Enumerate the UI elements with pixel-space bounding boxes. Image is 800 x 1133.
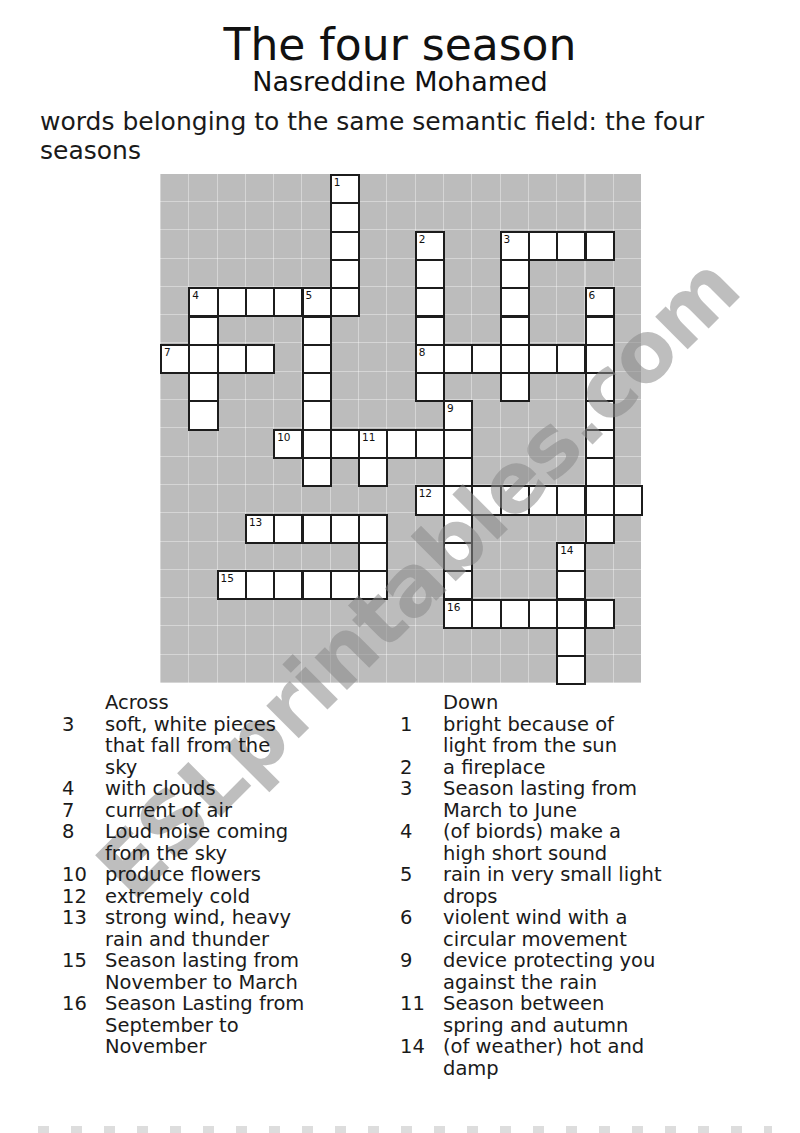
cell-r11-c12[interactable] bbox=[500, 485, 530, 515]
cell-r12-c10[interactable] bbox=[443, 514, 473, 544]
cell-r4-c1[interactable]: 4 bbox=[188, 287, 218, 317]
clue-down-3: 3Season lasting from March to June bbox=[400, 778, 780, 821]
cell-r2-c12[interactable]: 3 bbox=[500, 231, 530, 261]
cell-r12-c6[interactable] bbox=[330, 514, 360, 544]
cell-r15-c12[interactable] bbox=[500, 599, 530, 629]
cell-r11-c10[interactable] bbox=[443, 485, 473, 515]
clue-number: 14 bbox=[400, 1036, 425, 1058]
cell-r12-c4[interactable] bbox=[273, 514, 303, 544]
cell-r6-c12[interactable] bbox=[500, 344, 530, 374]
cell-r12-c3[interactable]: 13 bbox=[245, 514, 275, 544]
cell-r15-c14[interactable] bbox=[556, 599, 586, 629]
cell-r11-c14[interactable] bbox=[556, 485, 586, 515]
cell-r4-c9[interactable] bbox=[415, 287, 445, 317]
clue-number: 9 bbox=[400, 950, 412, 972]
cell-number: 12 bbox=[419, 487, 432, 499]
clue-number: 2 bbox=[400, 757, 412, 779]
cell-r12-c5[interactable] bbox=[302, 514, 332, 544]
cell-r1-c6[interactable] bbox=[330, 202, 360, 232]
clue-text: Season lasting from March to June bbox=[443, 777, 637, 822]
cell-r14-c3[interactable] bbox=[245, 570, 275, 600]
cell-r11-c11[interactable] bbox=[471, 485, 501, 515]
cell-r6-c11[interactable] bbox=[471, 344, 501, 374]
clue-number: 6 bbox=[400, 907, 412, 929]
down-header: Down bbox=[400, 692, 780, 714]
cell-r5-c5[interactable] bbox=[302, 316, 332, 346]
clue-across-10: 10produce flowers bbox=[62, 864, 392, 886]
cell-r10-c15[interactable] bbox=[585, 457, 615, 487]
cell-r6-c0[interactable]: 7 bbox=[160, 344, 190, 374]
cell-r7-c5[interactable] bbox=[302, 372, 332, 402]
cell-r3-c12[interactable] bbox=[500, 259, 530, 289]
cell-r13-c10[interactable] bbox=[443, 542, 473, 572]
clue-text: extremely cold bbox=[105, 885, 250, 908]
clue-down-14: 14(of weather) hot and damp bbox=[400, 1036, 780, 1079]
clue-number: 11 bbox=[400, 993, 425, 1015]
clue-number: 3 bbox=[400, 778, 412, 800]
clue-across-3: 3soft, white pieces that fall from the s… bbox=[62, 714, 392, 779]
cell-r4-c12[interactable] bbox=[500, 287, 530, 317]
cell-r3-c6[interactable] bbox=[330, 259, 360, 289]
clue-text: (of weather) hot and damp bbox=[443, 1035, 644, 1080]
clue-number: 16 bbox=[62, 993, 87, 1015]
cell-r6-c1[interactable] bbox=[188, 344, 218, 374]
cell-r6-c5[interactable] bbox=[302, 344, 332, 374]
cell-r14-c6[interactable] bbox=[330, 570, 360, 600]
clue-number: 10 bbox=[62, 864, 87, 886]
cell-r14-c10[interactable] bbox=[443, 570, 473, 600]
cell-r8-c15[interactable] bbox=[585, 400, 615, 430]
cell-number: 7 bbox=[164, 346, 171, 358]
cell-r2-c9[interactable]: 2 bbox=[415, 231, 445, 261]
cell-r16-c14[interactable] bbox=[556, 627, 586, 657]
clue-across-4: 4with clouds bbox=[62, 778, 392, 800]
cell-r2-c13[interactable] bbox=[528, 231, 558, 261]
clue-number: 15 bbox=[62, 950, 87, 972]
cell-r6-c13[interactable] bbox=[528, 344, 558, 374]
cell-r3-c9[interactable] bbox=[415, 259, 445, 289]
clue-text: (of biords) make a high short sound bbox=[443, 820, 621, 865]
cell-number: 8 bbox=[419, 346, 426, 358]
cell-r15-c11[interactable] bbox=[471, 599, 501, 629]
cell-number: 9 bbox=[447, 402, 454, 414]
cell-r6-c2[interactable] bbox=[217, 344, 247, 374]
cell-r4-c6[interactable] bbox=[330, 287, 360, 317]
cell-r10-c10[interactable] bbox=[443, 457, 473, 487]
clue-down-2: 2a fireplace bbox=[400, 757, 780, 779]
puzzle-description: words belonging to the same semantic fie… bbox=[40, 108, 760, 165]
cell-r6-c15[interactable] bbox=[585, 344, 615, 374]
worksheet-page: The four season Nasreddine Mohamed words… bbox=[0, 0, 800, 1133]
clue-across-8: 8Loud noise coming from the sky bbox=[62, 821, 392, 864]
clue-text: bright because of light from the sun bbox=[443, 713, 617, 758]
clue-text: strong wind, heavy rain and thunder bbox=[105, 906, 291, 951]
clue-across-13: 13strong wind, heavy rain and thunder bbox=[62, 907, 392, 950]
cell-number: 2 bbox=[419, 233, 426, 245]
clue-down-1: 1bright because of light from the sun bbox=[400, 714, 780, 757]
cell-number: 11 bbox=[362, 431, 375, 443]
cell-number: 16 bbox=[447, 601, 460, 613]
cell-r12-c15[interactable] bbox=[585, 514, 615, 544]
cell-r4-c3[interactable] bbox=[245, 287, 275, 317]
page-title: The four season bbox=[0, 20, 800, 70]
cell-number: 15 bbox=[221, 572, 234, 584]
down-clues-column: Down 1bright because of light from the s… bbox=[400, 692, 780, 1079]
cell-r14-c4[interactable] bbox=[273, 570, 303, 600]
clue-down-5: 5rain in very small light drops bbox=[400, 864, 780, 907]
clue-down-6: 6violent wind with a circular movement bbox=[400, 907, 780, 950]
cell-r9-c5[interactable] bbox=[302, 429, 332, 459]
clue-number: 12 bbox=[62, 886, 87, 908]
clue-text: current of air bbox=[105, 799, 232, 822]
cell-r9-c9[interactable] bbox=[415, 429, 445, 459]
clue-text: produce flowers bbox=[105, 863, 261, 886]
clue-down-9: 9device protecting you against the rain bbox=[400, 950, 780, 993]
cell-r13-c7[interactable] bbox=[358, 542, 388, 572]
clue-text: a fireplace bbox=[443, 756, 545, 779]
clue-across-16: 16Season Lasting from September to Novem… bbox=[62, 993, 392, 1058]
cell-r12-c7[interactable] bbox=[358, 514, 388, 544]
clue-text: with clouds bbox=[105, 777, 216, 800]
clue-text: violent wind with a circular movement bbox=[443, 906, 627, 951]
cell-r10-c5[interactable] bbox=[302, 457, 332, 487]
cell-r2-c14[interactable] bbox=[556, 231, 586, 261]
cell-r14-c7[interactable] bbox=[358, 570, 388, 600]
cell-r10-c7[interactable] bbox=[358, 457, 388, 487]
cell-number: 10 bbox=[277, 431, 290, 443]
cell-r15-c15[interactable] bbox=[585, 599, 615, 629]
cell-r15-c10[interactable]: 16 bbox=[443, 599, 473, 629]
cell-r6-c9[interactable]: 8 bbox=[415, 344, 445, 374]
cell-r4-c2[interactable] bbox=[217, 287, 247, 317]
cell-r6-c14[interactable] bbox=[556, 344, 586, 374]
clue-across-7: 7current of air bbox=[62, 800, 392, 822]
cell-number: 6 bbox=[589, 289, 596, 301]
cell-r14-c5[interactable] bbox=[302, 570, 332, 600]
across-clues-column: Across 3soft, white pieces that fall fro… bbox=[62, 692, 392, 1058]
clue-number: 8 bbox=[62, 821, 74, 843]
cell-r8-c5[interactable] bbox=[302, 400, 332, 430]
clue-number: 1 bbox=[400, 714, 412, 736]
clue-number: 7 bbox=[62, 800, 74, 822]
clue-text: Loud noise coming from the sky bbox=[105, 820, 288, 865]
clue-number: 13 bbox=[62, 907, 87, 929]
crossword-board: 12345678910111213141516 bbox=[160, 174, 641, 683]
cell-r7-c15[interactable] bbox=[585, 372, 615, 402]
cell-number: 14 bbox=[560, 544, 573, 556]
cell-r8-c10[interactable]: 9 bbox=[443, 400, 473, 430]
clue-down-4: 4(of biords) make a high short sound bbox=[400, 821, 780, 864]
cell-r9-c15[interactable] bbox=[585, 429, 615, 459]
cell-r4-c4[interactable] bbox=[273, 287, 303, 317]
cell-r7-c1[interactable] bbox=[188, 372, 218, 402]
clue-text: Season Lasting from September to Novembe… bbox=[105, 992, 304, 1058]
cell-r11-c16[interactable] bbox=[613, 485, 643, 515]
cutoff-text-remnant bbox=[38, 1126, 772, 1133]
cell-number: 4 bbox=[192, 289, 199, 301]
clue-number: 5 bbox=[400, 864, 412, 886]
cell-r5-c15[interactable] bbox=[585, 316, 615, 346]
cell-r11-c13[interactable] bbox=[528, 485, 558, 515]
cell-r15-c13[interactable] bbox=[528, 599, 558, 629]
cell-r9-c8[interactable] bbox=[386, 429, 416, 459]
cell-r6-c10[interactable] bbox=[443, 344, 473, 374]
cell-r2-c15[interactable] bbox=[585, 231, 615, 261]
clue-down-11: 11Season between spring and autumn bbox=[400, 993, 780, 1036]
cell-r4-c15[interactable]: 6 bbox=[585, 287, 615, 317]
cell-number: 5 bbox=[306, 289, 313, 301]
cell-r5-c1[interactable] bbox=[188, 316, 218, 346]
cell-r5-c9[interactable] bbox=[415, 316, 445, 346]
cell-r9-c6[interactable] bbox=[330, 429, 360, 459]
clue-text: rain in very small light drops bbox=[443, 863, 662, 908]
clue-across-12: 12extremely cold bbox=[62, 886, 392, 908]
cell-r9-c7[interactable]: 11 bbox=[358, 429, 388, 459]
cell-number: 3 bbox=[504, 233, 511, 245]
cell-r11-c15[interactable] bbox=[585, 485, 615, 515]
cell-r5-c12[interactable] bbox=[500, 316, 530, 346]
cell-r14-c14[interactable] bbox=[556, 570, 586, 600]
clue-text: Season between spring and autumn bbox=[443, 992, 628, 1037]
cell-r0-c6[interactable]: 1 bbox=[330, 174, 360, 204]
clue-text: Season lasting from November to March bbox=[105, 949, 299, 994]
cell-r7-c12[interactable] bbox=[500, 372, 530, 402]
cell-r13-c14[interactable]: 14 bbox=[556, 542, 586, 572]
clue-across-15: 15Season lasting from November to March bbox=[62, 950, 392, 993]
cell-r4-c5[interactable]: 5 bbox=[302, 287, 332, 317]
cell-r11-c9[interactable]: 12 bbox=[415, 485, 445, 515]
author-name: Nasreddine Mohamed bbox=[0, 66, 800, 98]
cell-r14-c2[interactable]: 15 bbox=[217, 570, 247, 600]
cell-r8-c1[interactable] bbox=[188, 400, 218, 430]
cell-number: 13 bbox=[249, 516, 262, 528]
cell-r6-c3[interactable] bbox=[245, 344, 275, 374]
clue-text: soft, white pieces that fall from the sk… bbox=[105, 713, 276, 779]
cell-r2-c6[interactable] bbox=[330, 231, 360, 261]
cell-r17-c14[interactable] bbox=[556, 655, 586, 685]
clue-text: device protecting you against the rain bbox=[443, 949, 655, 994]
cell-r9-c4[interactable]: 10 bbox=[273, 429, 303, 459]
clue-number: 4 bbox=[400, 821, 412, 843]
cell-r9-c10[interactable] bbox=[443, 429, 473, 459]
cell-number: 1 bbox=[334, 176, 341, 188]
clue-number: 4 bbox=[62, 778, 74, 800]
clue-number: 3 bbox=[62, 714, 74, 736]
across-header: Across bbox=[62, 692, 392, 714]
cell-r7-c9[interactable] bbox=[415, 372, 445, 402]
